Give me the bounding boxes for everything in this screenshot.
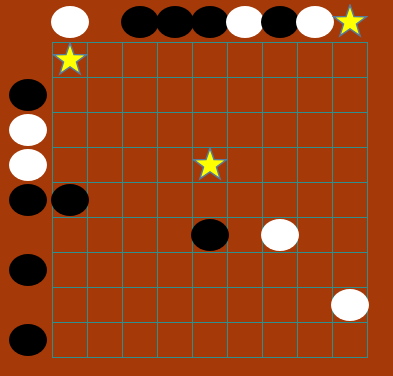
board-cell-r6-c8[interactable] xyxy=(297,217,332,252)
board-cell-r0-c0[interactable] xyxy=(17,7,52,42)
black-stone[interactable] xyxy=(9,254,47,286)
white-stone[interactable] xyxy=(9,149,47,181)
board-cell-r8-c1[interactable] xyxy=(52,287,87,322)
board-cell-r3-c4[interactable] xyxy=(157,112,192,147)
board-cell-r1-c0[interactable] xyxy=(17,42,52,77)
board-cell-r8-c3[interactable] xyxy=(122,287,157,322)
board-cell-r4-c1[interactable] xyxy=(52,147,87,182)
board-cell-r7-c9[interactable] xyxy=(332,252,367,287)
board-cell-r5-c3[interactable] xyxy=(122,182,157,217)
board-cell-r9-c2[interactable] xyxy=(87,322,122,357)
board-cell-r3-c5[interactable] xyxy=(192,112,227,147)
board-cell-r9-c1[interactable] xyxy=(52,322,87,357)
board-cell-r0-c7[interactable] xyxy=(262,7,297,42)
black-stone[interactable] xyxy=(261,6,299,38)
black-stone[interactable] xyxy=(156,6,194,38)
board-cell-r8-c7[interactable] xyxy=(262,287,297,322)
board-cell-r7-c3[interactable] xyxy=(122,252,157,287)
board-cell-r2-c3[interactable] xyxy=(122,77,157,112)
board-cell-r5-c4[interactable] xyxy=(157,182,192,217)
black-stone[interactable] xyxy=(51,184,89,216)
star-marker-icon xyxy=(192,147,228,183)
board-cell-r6-c4[interactable] xyxy=(157,217,192,252)
white-stone[interactable] xyxy=(226,6,264,38)
board-cell-r0-c8[interactable] xyxy=(297,7,332,42)
board-cell-r7-c2[interactable] xyxy=(87,252,122,287)
board-cell-r8-c8[interactable] xyxy=(297,287,332,322)
board-cell-r7-c7[interactable] xyxy=(262,252,297,287)
board-cell-r4-c8[interactable] xyxy=(297,147,332,182)
board-cell-r2-c1[interactable] xyxy=(52,77,87,112)
board xyxy=(17,7,367,357)
black-stone[interactable] xyxy=(191,6,229,38)
board-cell-r0-c3[interactable] xyxy=(122,7,157,42)
board-cell-r1-c4[interactable] xyxy=(157,42,192,77)
white-stone[interactable] xyxy=(331,289,369,321)
board-cell-r6-c2[interactable] xyxy=(87,217,122,252)
black-stone[interactable] xyxy=(121,6,159,38)
board-cell-r4-c3[interactable] xyxy=(122,147,157,182)
board-cell-r1-c5[interactable] xyxy=(192,42,227,77)
board-cell-r2-c8[interactable] xyxy=(297,77,332,112)
star-marker-icon xyxy=(52,42,88,78)
board-cell-r2-c0[interactable] xyxy=(17,77,52,112)
board-cell-r4-c7[interactable] xyxy=(262,147,297,182)
board-cell-r9-c4[interactable] xyxy=(157,322,192,357)
board-cell-r9-c8[interactable] xyxy=(297,322,332,357)
board-cell-r1-c8[interactable] xyxy=(297,42,332,77)
board-cell-r8-c4[interactable] xyxy=(157,287,192,322)
board-cell-r4-c4[interactable] xyxy=(157,147,192,182)
board-cell-r9-c3[interactable] xyxy=(122,322,157,357)
board-cell-r2-c5[interactable] xyxy=(192,77,227,112)
board-cell-r7-c1[interactable] xyxy=(52,252,87,287)
board-cell-r3-c9[interactable] xyxy=(332,112,367,147)
board-cell-r2-c9[interactable] xyxy=(332,77,367,112)
board-cell-r4-c5[interactable] xyxy=(192,147,227,182)
board-cell-r3-c1[interactable] xyxy=(52,112,87,147)
board-cell-r4-c9[interactable] xyxy=(332,147,367,182)
board-cell-r1-c2[interactable] xyxy=(87,42,122,77)
white-stone[interactable] xyxy=(296,6,334,38)
board-cell-r6-c5[interactable] xyxy=(192,217,227,252)
board-cell-r4-c6[interactable] xyxy=(227,147,262,182)
board-cell-r9-c7[interactable] xyxy=(262,322,297,357)
board-cell-r6-c9[interactable] xyxy=(332,217,367,252)
board-cell-r7-c8[interactable] xyxy=(297,252,332,287)
black-stone[interactable] xyxy=(191,219,229,251)
black-stone[interactable] xyxy=(9,324,47,356)
board-cell-r8-c9[interactable] xyxy=(332,287,367,322)
board-cell-r0-c4[interactable] xyxy=(157,7,192,42)
board-cell-r8-c5[interactable] xyxy=(192,287,227,322)
board-cell-r7-c0[interactable] xyxy=(17,252,52,287)
board-cell-r0-c9[interactable] xyxy=(332,7,367,42)
board-cell-r5-c5[interactable] xyxy=(192,182,227,217)
board-cell-r5-c0[interactable] xyxy=(17,182,52,217)
board-cell-r5-c2[interactable] xyxy=(87,182,122,217)
star-marker-icon xyxy=(332,4,368,40)
board-cell-r5-c8[interactable] xyxy=(297,182,332,217)
board-cell-r8-c6[interactable] xyxy=(227,287,262,322)
board-cell-r6-c3[interactable] xyxy=(122,217,157,252)
board-cell-r4-c0[interactable] xyxy=(17,147,52,182)
board-cell-r9-c9[interactable] xyxy=(332,322,367,357)
board-cell-r5-c7[interactable] xyxy=(262,182,297,217)
board-cell-r9-c5[interactable] xyxy=(192,322,227,357)
board-cell-r8-c0[interactable] xyxy=(17,287,52,322)
board-cell-r1-c1[interactable] xyxy=(52,42,87,77)
board-cell-r6-c0[interactable] xyxy=(17,217,52,252)
black-stone[interactable] xyxy=(9,79,47,111)
board-cell-r6-c7[interactable] xyxy=(262,217,297,252)
board-cell-r5-c9[interactable] xyxy=(332,182,367,217)
board-cell-r5-c1[interactable] xyxy=(52,182,87,217)
board-cell-r3-c7[interactable] xyxy=(262,112,297,147)
board-cell-r7-c5[interactable] xyxy=(192,252,227,287)
board-cell-r1-c3[interactable] xyxy=(122,42,157,77)
board-cell-r1-c7[interactable] xyxy=(262,42,297,77)
board-cell-r1-c6[interactable] xyxy=(227,42,262,77)
board-cell-r1-c9[interactable] xyxy=(332,42,367,77)
board-cell-r0-c5[interactable] xyxy=(192,7,227,42)
board-cell-r2-c4[interactable] xyxy=(157,77,192,112)
board-cell-r3-c8[interactable] xyxy=(297,112,332,147)
board-cell-r0-c1[interactable] xyxy=(52,7,87,42)
board-cell-r6-c1[interactable] xyxy=(52,217,87,252)
white-stone[interactable] xyxy=(51,6,89,38)
board-cell-r2-c7[interactable] xyxy=(262,77,297,112)
board-cell-r2-c2[interactable] xyxy=(87,77,122,112)
board-cell-r8-c2[interactable] xyxy=(87,287,122,322)
game-board-screen xyxy=(0,0,393,376)
board-cell-r3-c2[interactable] xyxy=(87,112,122,147)
board-cell-r5-c6[interactable] xyxy=(227,182,262,217)
board-cell-r9-c6[interactable] xyxy=(227,322,262,357)
board-cell-r0-c2[interactable] xyxy=(87,7,122,42)
board-cell-r6-c6[interactable] xyxy=(227,217,262,252)
white-stone[interactable] xyxy=(261,219,299,251)
board-cell-r3-c0[interactable] xyxy=(17,112,52,147)
board-cell-r7-c6[interactable] xyxy=(227,252,262,287)
white-stone[interactable] xyxy=(9,114,47,146)
black-stone[interactable] xyxy=(9,184,47,216)
board-cell-r0-c6[interactable] xyxy=(227,7,262,42)
board-cell-r3-c3[interactable] xyxy=(122,112,157,147)
board-cell-r4-c2[interactable] xyxy=(87,147,122,182)
board-cell-r2-c6[interactable] xyxy=(227,77,262,112)
board-cell-r7-c4[interactable] xyxy=(157,252,192,287)
board-cell-r3-c6[interactable] xyxy=(227,112,262,147)
board-cell-r9-c0[interactable] xyxy=(17,322,52,357)
